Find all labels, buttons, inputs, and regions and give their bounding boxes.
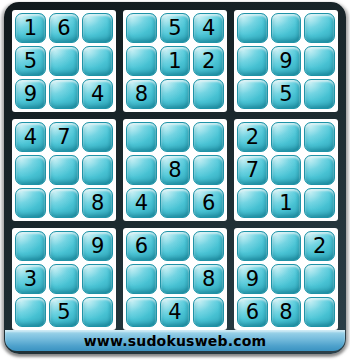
box-2-1: 478 xyxy=(12,119,116,221)
cell-r7c6[interactable] xyxy=(193,231,224,261)
cell-r1c5[interactable]: 5 xyxy=(160,13,191,43)
cell-r4c2[interactable]: 7 xyxy=(49,122,80,152)
cell-r5c6[interactable] xyxy=(193,155,224,185)
cell-r6c7[interactable] xyxy=(237,188,268,218)
cell-r6c4[interactable]: 4 xyxy=(126,188,157,218)
cell-r3c7[interactable] xyxy=(237,79,268,109)
cell-r9c9[interactable] xyxy=(304,297,335,327)
cell-r4c9[interactable] xyxy=(304,122,335,152)
cell-r3c5[interactable] xyxy=(160,79,191,109)
cell-r6c3[interactable]: 8 xyxy=(82,188,113,218)
cell-r8c8[interactable] xyxy=(271,264,302,294)
cell-r1c4[interactable] xyxy=(126,13,157,43)
cell-r6c5[interactable] xyxy=(160,188,191,218)
footer-bar: www.sudokusweb.com xyxy=(5,330,345,351)
cell-r6c1[interactable] xyxy=(15,188,46,218)
cell-r3c2[interactable] xyxy=(49,79,80,109)
cell-r5c7[interactable]: 7 xyxy=(237,155,268,185)
cell-r7c7[interactable] xyxy=(237,231,268,261)
cell-r5c4[interactable] xyxy=(126,155,157,185)
cell-r3c8[interactable]: 5 xyxy=(271,79,302,109)
cell-r9c1[interactable] xyxy=(15,297,46,327)
cell-r9c3[interactable] xyxy=(82,297,113,327)
cell-r2c8[interactable]: 9 xyxy=(271,46,302,76)
cell-r6c9[interactable] xyxy=(304,188,335,218)
sudoku-grid: 1659454128954788462719356842968 xyxy=(4,2,346,330)
cell-r4c6[interactable] xyxy=(193,122,224,152)
cell-r8c7[interactable]: 9 xyxy=(237,264,268,294)
cell-r6c2[interactable] xyxy=(49,188,80,218)
cell-r6c6[interactable]: 6 xyxy=(193,188,224,218)
cell-r1c6[interactable]: 4 xyxy=(193,13,224,43)
cell-r1c3[interactable] xyxy=(82,13,113,43)
box-3-2: 684 xyxy=(123,228,227,330)
cell-r4c8[interactable] xyxy=(271,122,302,152)
cell-r3c4[interactable]: 8 xyxy=(126,79,157,109)
cell-r6c8[interactable]: 1 xyxy=(271,188,302,218)
cell-r7c9[interactable]: 2 xyxy=(304,231,335,261)
cell-r7c3[interactable]: 9 xyxy=(82,231,113,261)
cell-r2c6[interactable]: 2 xyxy=(193,46,224,76)
cell-r2c1[interactable]: 5 xyxy=(15,46,46,76)
cell-r5c1[interactable] xyxy=(15,155,46,185)
cell-r7c5[interactable] xyxy=(160,231,191,261)
sudoku-board: 1659454128954788462719356842968 www.sudo… xyxy=(4,2,346,354)
cell-r5c9[interactable] xyxy=(304,155,335,185)
cell-r7c4[interactable]: 6 xyxy=(126,231,157,261)
cell-r7c2[interactable] xyxy=(49,231,80,261)
cell-r4c7[interactable]: 2 xyxy=(237,122,268,152)
cell-r5c2[interactable] xyxy=(49,155,80,185)
cell-r8c1[interactable]: 3 xyxy=(15,264,46,294)
cell-r1c2[interactable]: 6 xyxy=(49,13,80,43)
cell-r4c3[interactable] xyxy=(82,122,113,152)
site-url: www.sudokusweb.com xyxy=(84,333,267,349)
cell-r1c7[interactable] xyxy=(237,13,268,43)
cell-r2c5[interactable]: 1 xyxy=(160,46,191,76)
cell-r5c5[interactable]: 8 xyxy=(160,155,191,185)
box-2-3: 271 xyxy=(234,119,338,221)
cell-r5c8[interactable] xyxy=(271,155,302,185)
cell-r7c8[interactable] xyxy=(271,231,302,261)
box-1-1: 16594 xyxy=(12,10,116,112)
cell-r3c1[interactable]: 9 xyxy=(15,79,46,109)
cell-r2c3[interactable] xyxy=(82,46,113,76)
cell-r8c9[interactable] xyxy=(304,264,335,294)
cell-r3c3[interactable]: 4 xyxy=(82,79,113,109)
cell-r4c5[interactable] xyxy=(160,122,191,152)
cell-r4c4[interactable] xyxy=(126,122,157,152)
cell-r2c4[interactable] xyxy=(126,46,157,76)
cell-r9c7[interactable]: 6 xyxy=(237,297,268,327)
box-3-1: 935 xyxy=(12,228,116,330)
cell-r5c3[interactable] xyxy=(82,155,113,185)
cell-r9c6[interactable] xyxy=(193,297,224,327)
cell-r1c1[interactable]: 1 xyxy=(15,13,46,43)
cell-r8c3[interactable] xyxy=(82,264,113,294)
cell-r2c2[interactable] xyxy=(49,46,80,76)
cell-r8c5[interactable] xyxy=(160,264,191,294)
cell-r3c9[interactable] xyxy=(304,79,335,109)
cell-r8c2[interactable] xyxy=(49,264,80,294)
box-1-2: 54128 xyxy=(123,10,227,112)
cell-r1c8[interactable] xyxy=(271,13,302,43)
cell-r8c6[interactable]: 8 xyxy=(193,264,224,294)
cell-r2c9[interactable] xyxy=(304,46,335,76)
sudoku-page: 1659454128954788462719356842968 www.sudo… xyxy=(0,0,350,360)
box-1-3: 95 xyxy=(234,10,338,112)
cell-r9c8[interactable]: 8 xyxy=(271,297,302,327)
box-2-2: 846 xyxy=(123,119,227,221)
cell-r9c5[interactable]: 4 xyxy=(160,297,191,327)
cell-r9c4[interactable] xyxy=(126,297,157,327)
cell-r1c9[interactable] xyxy=(304,13,335,43)
cell-r2c7[interactable] xyxy=(237,46,268,76)
cell-r4c1[interactable]: 4 xyxy=(15,122,46,152)
cell-r3c6[interactable] xyxy=(193,79,224,109)
cell-r8c4[interactable] xyxy=(126,264,157,294)
box-3-3: 2968 xyxy=(234,228,338,330)
cell-r9c2[interactable]: 5 xyxy=(49,297,80,327)
cell-r7c1[interactable] xyxy=(15,231,46,261)
